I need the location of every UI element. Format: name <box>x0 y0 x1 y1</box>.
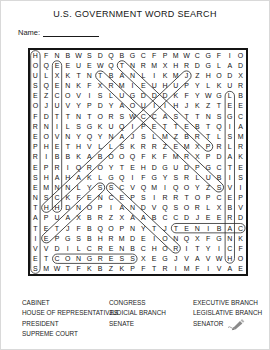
grid-cell[interactable]: M <box>116 81 127 91</box>
grid-cell[interactable]: H <box>73 142 84 152</box>
grid-cell[interactable]: A <box>138 213 149 223</box>
grid-cell[interactable]: H <box>138 162 149 172</box>
grid-cell[interactable]: O <box>181 203 192 213</box>
grid-cell[interactable]: C <box>84 243 95 253</box>
grid-cell[interactable]: B <box>84 223 95 233</box>
grid-cell[interactable]: C <box>224 243 235 253</box>
grid-cell[interactable]: A <box>116 70 127 80</box>
grid-cell[interactable]: C <box>192 50 203 60</box>
grid-cell[interactable]: R <box>106 233 117 243</box>
grid-cell[interactable]: M <box>170 152 181 162</box>
grid-cell[interactable]: N <box>127 203 138 213</box>
grid-cell[interactable]: H <box>224 254 235 264</box>
grid-cell[interactable]: U <box>106 121 117 131</box>
grid-cell[interactable]: K <box>95 121 106 131</box>
grid-cell[interactable]: A <box>224 152 235 162</box>
grid-cell[interactable]: G <box>160 254 171 264</box>
grid-cell[interactable]: L <box>106 142 117 152</box>
grid-cell[interactable]: F <box>181 91 192 101</box>
grid-cell[interactable]: U <box>138 101 149 111</box>
grid-cell[interactable]: O <box>41 131 52 141</box>
grid-cell[interactable]: B <box>181 131 192 141</box>
grid-cell[interactable]: A <box>224 223 235 233</box>
grid-cell[interactable]: T <box>30 223 41 233</box>
grid-cell[interactable]: V <box>84 142 95 152</box>
grid-cell[interactable]: V <box>41 243 52 253</box>
grid-cell[interactable]: F <box>203 233 214 243</box>
grid-cell[interactable]: I <box>224 121 235 131</box>
grid-cell[interactable]: J <box>181 70 192 80</box>
grid-cell[interactable]: P <box>116 223 127 233</box>
grid-cell[interactable]: E <box>149 121 160 131</box>
grid-cell[interactable]: X <box>192 142 203 152</box>
grid-cell[interactable]: T <box>170 121 181 131</box>
grid-cell[interactable]: Z <box>170 131 181 141</box>
grid-cell[interactable]: C <box>214 162 225 172</box>
grid-cell[interactable]: F <box>138 152 149 162</box>
grid-cell[interactable]: G <box>84 254 95 264</box>
grid-cell[interactable]: T <box>30 203 41 213</box>
grid-cell[interactable]: F <box>73 193 84 203</box>
grid-cell[interactable]: R <box>30 121 41 131</box>
grid-cell[interactable]: U <box>224 81 235 91</box>
grid-cell[interactable]: I <box>62 243 73 253</box>
grid-cell[interactable]: R <box>235 142 246 152</box>
grid-cell[interactable]: S <box>235 172 246 182</box>
grid-cell[interactable]: P <box>203 142 214 152</box>
grid-cell[interactable]: P <box>160 50 171 60</box>
grid-cell[interactable]: E <box>52 142 63 152</box>
grid-cell[interactable]: D <box>52 243 63 253</box>
grid-cell[interactable]: H <box>160 81 171 91</box>
grid-cell[interactable]: D <box>181 213 192 223</box>
grid-cell[interactable]: B <box>52 152 63 162</box>
letter-grid[interactable]: HFNBWSDQBGCFPMWCGFIOOQEEUEWQTNRMXHRDGLAD… <box>30 50 246 274</box>
grid-cell[interactable]: Y <box>203 243 214 253</box>
grid-cell[interactable]: J <box>127 131 138 141</box>
grid-cell[interactable]: S <box>106 182 117 192</box>
grid-cell[interactable]: R <box>106 81 117 91</box>
grid-cell[interactable]: C <box>235 111 246 121</box>
grid-cell[interactable]: S <box>30 172 41 182</box>
grid-cell[interactable]: J <box>160 223 171 233</box>
grid-cell[interactable]: L <box>149 131 160 141</box>
grid-cell[interactable]: O <box>95 162 106 172</box>
grid-cell[interactable]: S <box>170 172 181 182</box>
grid-cell[interactable]: K <box>73 152 84 162</box>
grid-cell[interactable]: B <box>62 152 73 162</box>
grid-cell[interactable]: S <box>30 81 41 91</box>
grid-cell[interactable]: T <box>149 223 160 233</box>
grid-cell[interactable]: U <box>203 172 214 182</box>
grid-cell[interactable]: Y <box>73 131 84 141</box>
grid-cell[interactable]: R <box>138 60 149 70</box>
grid-cell[interactable]: P <box>138 121 149 131</box>
grid-cell[interactable]: I <box>41 152 52 162</box>
grid-cell[interactable]: H <box>170 60 181 70</box>
grid-cell[interactable]: R <box>52 162 63 172</box>
grid-cell[interactable]: K <box>170 91 181 101</box>
grid-cell[interactable]: L <box>106 91 117 101</box>
grid-cell[interactable]: D <box>214 152 225 162</box>
grid-cell[interactable]: P <box>84 101 95 111</box>
grid-cell[interactable]: V <box>62 101 73 111</box>
grid-cell[interactable]: Y <box>95 131 106 141</box>
grid-cell[interactable]: R <box>181 152 192 162</box>
grid-cell[interactable]: P <box>95 203 106 213</box>
grid-cell[interactable]: T <box>224 162 235 172</box>
grid-cell[interactable]: E <box>224 101 235 111</box>
grid-cell[interactable]: T <box>170 223 181 233</box>
grid-cell[interactable]: H <box>95 233 106 243</box>
grid-cell[interactable]: F <box>84 81 95 91</box>
grid-cell[interactable]: S <box>73 121 84 131</box>
grid-cell[interactable]: N <box>106 131 117 141</box>
grid-cell[interactable]: D <box>95 50 106 60</box>
grid-cell[interactable]: R <box>181 172 192 182</box>
grid-cell[interactable]: T <box>52 223 63 233</box>
grid-cell[interactable]: D <box>181 162 192 172</box>
grid-cell[interactable]: A <box>116 131 127 141</box>
grid-cell[interactable]: D <box>138 203 149 213</box>
grid-cell[interactable]: O <box>106 152 117 162</box>
grid-cell[interactable]: S <box>127 254 138 264</box>
grid-cell[interactable]: A <box>62 213 73 223</box>
grid-cell[interactable]: A <box>73 172 84 182</box>
grid-cell[interactable]: R <box>160 264 171 274</box>
grid-cell[interactable]: L <box>73 182 84 192</box>
grid-cell[interactable]: B <box>95 264 106 274</box>
grid-cell[interactable]: O <box>160 243 171 253</box>
grid-cell[interactable]: R <box>170 243 181 253</box>
grid-cell[interactable]: G <box>160 162 171 172</box>
grid-cell[interactable]: C <box>52 91 63 101</box>
grid-cell[interactable]: G <box>106 172 117 182</box>
grid-cell[interactable]: S <box>30 264 41 274</box>
grid-cell[interactable]: T <box>192 111 203 121</box>
grid-cell[interactable]: S <box>170 111 181 121</box>
grid-cell[interactable]: T <box>181 111 192 121</box>
grid-cell[interactable]: M <box>170 70 181 80</box>
grid-cell[interactable]: Z <box>160 142 171 152</box>
grid-cell[interactable]: Z <box>41 91 52 101</box>
grid-cell[interactable]: Y <box>106 101 117 111</box>
grid-cell[interactable]: C <box>149 111 160 121</box>
grid-cell[interactable]: I <box>30 233 41 243</box>
grid-cell[interactable]: Y <box>160 172 171 182</box>
grid-cell[interactable]: V <box>224 182 235 192</box>
grid-cell[interactable]: Q <box>214 121 225 131</box>
grid-cell[interactable]: R <box>235 81 246 91</box>
grid-cell[interactable]: K <box>62 193 73 203</box>
grid-cell[interactable]: T <box>95 70 106 80</box>
grid-cell[interactable]: Z <box>203 182 214 192</box>
grid-cell[interactable]: R <box>149 142 160 152</box>
grid-cell[interactable]: V <box>149 203 160 213</box>
grid-cell[interactable]: Z <box>106 213 117 223</box>
grid-cell[interactable]: E <box>106 254 117 264</box>
grid-cell[interactable]: N <box>84 70 95 80</box>
grid-cell[interactable]: R <box>192 203 203 213</box>
grid-cell[interactable]: O <box>116 152 127 162</box>
grid-cell[interactable]: R <box>95 243 106 253</box>
grid-cell[interactable]: R <box>95 213 106 223</box>
grid-cell[interactable]: A <box>160 111 171 121</box>
grid-cell[interactable]: N <box>203 111 214 121</box>
grid-cell[interactable]: L <box>203 81 214 91</box>
grid-cell[interactable]: T <box>73 70 84 80</box>
grid-cell[interactable]: A <box>116 101 127 111</box>
grid-cell[interactable]: X <box>235 70 246 80</box>
grid-cell[interactable]: I <box>160 101 171 111</box>
grid-cell[interactable]: M <box>170 50 181 60</box>
grid-cell[interactable]: H <box>170 101 181 111</box>
grid-cell[interactable]: C <box>214 193 225 203</box>
grid-cell[interactable]: I <box>224 172 235 182</box>
grid-cell[interactable]: U <box>149 81 160 91</box>
grid-cell[interactable]: K <box>127 142 138 152</box>
grid-cell[interactable]: U <box>52 213 63 223</box>
grid-cell[interactable]: E <box>106 243 117 253</box>
grid-cell[interactable]: B <box>214 172 225 182</box>
grid-cell[interactable]: T <box>214 101 225 111</box>
grid-cell[interactable]: E <box>235 101 246 111</box>
grid-cell[interactable]: N <box>95 193 106 203</box>
grid-cell[interactable]: Z <box>106 264 117 274</box>
grid-cell[interactable]: I <box>203 223 214 233</box>
grid-cell[interactable]: R <box>192 131 203 141</box>
grid-cell[interactable]: R <box>84 162 95 172</box>
grid-cell[interactable]: T <box>62 264 73 274</box>
grid-cell[interactable]: I <box>235 182 246 192</box>
grid-cell[interactable]: Y <box>84 182 95 192</box>
grid-cell[interactable]: H <box>41 142 52 152</box>
grid-cell[interactable]: X <box>116 213 127 223</box>
grid-cell[interactable]: S <box>138 131 149 141</box>
grid-cell[interactable]: E <box>214 213 225 223</box>
grid-cell[interactable]: N <box>30 193 41 203</box>
grid-cell[interactable]: T <box>52 111 63 121</box>
grid-cell[interactable]: D <box>192 60 203 70</box>
grid-cell[interactable]: A <box>116 203 127 213</box>
grid-cell[interactable]: W <box>52 264 63 274</box>
grid-cell[interactable]: G <box>84 121 95 131</box>
grid-cell[interactable]: F <box>192 264 203 274</box>
grid-cell[interactable]: E <box>30 162 41 172</box>
grid-cell[interactable]: J <box>41 101 52 111</box>
grid-cell[interactable]: E <box>84 60 95 70</box>
grid-cell[interactable]: A <box>127 213 138 223</box>
grid-cell[interactable]: T <box>160 121 171 131</box>
grid-cell[interactable]: R <box>181 60 192 70</box>
grid-cell[interactable]: Y <box>138 223 149 233</box>
grid-cell[interactable]: I <box>149 233 160 243</box>
grid-cell[interactable]: I <box>127 172 138 182</box>
grid-cell[interactable]: G <box>203 162 214 172</box>
grid-cell[interactable]: V <box>203 254 214 264</box>
grid-cell[interactable]: U <box>170 162 181 172</box>
grid-cell[interactable]: O <box>30 101 41 111</box>
grid-cell[interactable]: N <box>224 233 235 243</box>
grid-cell[interactable]: U <box>52 101 63 111</box>
grid-cell[interactable]: E <box>127 162 138 172</box>
grid-cell[interactable]: F <box>138 264 149 274</box>
grid-cell[interactable]: T <box>62 142 73 152</box>
grid-cell[interactable]: H <box>30 50 41 60</box>
grid-cell[interactable]: Q <box>84 131 95 141</box>
grid-cell[interactable]: B <box>127 243 138 253</box>
grid-cell[interactable]: K <box>116 264 127 274</box>
grid-cell[interactable]: I <box>127 81 138 91</box>
grid-cell[interactable]: T <box>62 111 73 121</box>
grid-cell[interactable]: C <box>160 213 171 223</box>
grid-cell[interactable]: I <box>84 91 95 101</box>
grid-cell[interactable]: D <box>160 91 171 101</box>
grid-cell[interactable]: M <box>235 131 246 141</box>
grid-cell[interactable]: M <box>41 182 52 192</box>
grid-cell[interactable]: X <box>138 254 149 264</box>
grid-cell[interactable]: P <box>127 193 138 203</box>
grid-cell[interactable]: B <box>84 233 95 243</box>
grid-cell[interactable]: G <box>224 111 235 121</box>
grid-cell[interactable]: B <box>149 213 160 223</box>
grid-cell[interactable]: K <box>84 172 95 182</box>
grid-cell[interactable]: C <box>170 213 181 223</box>
grid-cell[interactable]: B <box>235 91 246 101</box>
grid-cell[interactable]: V <box>52 131 63 141</box>
grid-cell[interactable]: E <box>170 142 181 152</box>
grid-cell[interactable]: E <box>30 91 41 101</box>
grid-cell[interactable]: V <box>181 254 192 264</box>
grid-cell[interactable]: K <box>235 233 246 243</box>
grid-cell[interactable]: H <box>203 70 214 80</box>
grid-cell[interactable]: K <box>62 70 73 80</box>
grid-cell[interactable]: O <box>95 111 106 121</box>
grid-cell[interactable]: N <box>73 254 84 264</box>
grid-cell[interactable]: N <box>170 233 181 243</box>
grid-cell[interactable]: Y <box>192 81 203 91</box>
grid-cell[interactable]: L <box>224 91 235 101</box>
grid-cell[interactable]: R <box>106 111 117 121</box>
grid-cell[interactable]: I <box>149 70 160 80</box>
grid-cell[interactable]: O <box>30 60 41 70</box>
grid-cell[interactable]: E <box>41 233 52 243</box>
grid-cell[interactable]: Q <box>41 60 52 70</box>
grid-cell[interactable]: W <box>127 111 138 121</box>
grid-cell[interactable]: E <box>30 182 41 192</box>
grid-cell[interactable]: T <box>181 193 192 203</box>
grid-cell[interactable]: Q <box>138 182 149 192</box>
grid-cell[interactable]: G <box>214 91 225 101</box>
grid-cell[interactable]: N <box>192 223 203 233</box>
grid-cell[interactable]: B <box>224 203 235 213</box>
grid-cell[interactable]: N <box>116 243 127 253</box>
grid-cell[interactable]: E <box>52 60 63 70</box>
grid-cell[interactable]: Q <box>160 203 171 213</box>
grid-cell[interactable]: O <box>235 50 246 60</box>
grid-cell[interactable]: S <box>170 203 181 213</box>
grid-cell[interactable]: U <box>116 91 127 101</box>
grid-cell[interactable]: K <box>214 81 225 91</box>
grid-cell[interactable]: Y <box>73 101 84 111</box>
grid-cell[interactable]: X <box>52 70 63 80</box>
grid-cell[interactable]: N <box>52 50 63 60</box>
grid-cell[interactable]: F <box>73 264 84 274</box>
grid-cell[interactable]: B <box>95 152 106 162</box>
grid-cell[interactable]: X <box>95 81 106 91</box>
grid-cell[interactable]: V <box>73 91 84 101</box>
grid-cell[interactable]: M <box>41 264 52 274</box>
grid-cell[interactable]: T <box>149 264 160 274</box>
grid-cell[interactable]: O <box>181 182 192 192</box>
grid-cell[interactable]: J <box>62 223 73 233</box>
grid-cell[interactable]: W <box>214 254 225 264</box>
grid-cell[interactable]: S <box>41 193 52 203</box>
grid-cell[interactable]: S <box>214 182 225 192</box>
grid-cell[interactable]: H <box>149 243 160 253</box>
grid-cell[interactable]: T <box>203 121 214 131</box>
grid-cell[interactable]: E <box>181 223 192 233</box>
grid-cell[interactable]: M <box>181 142 192 152</box>
grid-cell[interactable]: W <box>181 50 192 60</box>
grid-cell[interactable]: T <box>84 111 95 121</box>
grid-cell[interactable]: F <box>160 152 171 162</box>
grid-cell[interactable]: R <box>160 193 171 203</box>
grid-cell[interactable]: I <box>170 264 181 274</box>
grid-cell[interactable]: Z <box>203 101 214 111</box>
grid-cell[interactable]: J <box>170 254 181 264</box>
grid-cell[interactable]: W <box>95 60 106 70</box>
grid-cell[interactable]: Y <box>192 91 203 101</box>
grid-cell[interactable]: G <box>214 233 225 243</box>
grid-cell[interactable]: S <box>95 91 106 101</box>
grid-cell[interactable]: I <box>149 101 160 111</box>
grid-cell[interactable]: E <box>138 233 149 243</box>
grid-cell[interactable]: E <box>235 264 246 274</box>
grid-cell[interactable]: L <box>95 172 106 182</box>
grid-cell[interactable]: Q <box>95 223 106 233</box>
grid-cell[interactable]: E <box>30 131 41 141</box>
grid-cell[interactable]: S <box>224 131 235 141</box>
grid-cell[interactable]: C <box>138 243 149 253</box>
grid-cell[interactable]: N <box>52 182 63 192</box>
grid-cell[interactable]: D <box>235 213 246 223</box>
grid-cell[interactable]: C <box>235 223 246 233</box>
grid-cell[interactable]: J <box>192 213 203 223</box>
grid-cell[interactable]: T <box>192 243 203 253</box>
grid-cell[interactable]: E <box>41 223 52 233</box>
grid-cell[interactable]: I <box>181 243 192 253</box>
grid-cell[interactable]: P <box>41 162 52 172</box>
grid-cell[interactable]: M <box>149 60 160 70</box>
grid-cell[interactable]: B <box>106 70 117 80</box>
grid-cell[interactable]: R <box>224 213 235 223</box>
grid-cell[interactable]: R <box>30 152 41 162</box>
grid-cell[interactable]: A <box>224 60 235 70</box>
grid-cell[interactable]: O <box>127 101 138 111</box>
grid-cell[interactable]: L <box>95 142 106 152</box>
grid-cell[interactable]: P <box>181 81 192 91</box>
grid-cell[interactable]: A <box>235 121 246 131</box>
grid-cell[interactable]: I <box>203 264 214 274</box>
grid-cell[interactable]: X <box>160 60 171 70</box>
grid-cell[interactable]: L <box>214 131 225 141</box>
grid-cell[interactable]: C <box>116 182 127 192</box>
grid-cell[interactable]: A <box>84 152 95 162</box>
grid-cell[interactable]: X <box>192 233 203 243</box>
grid-cell[interactable]: H <box>41 172 52 182</box>
grid-cell[interactable]: T <box>116 162 127 172</box>
